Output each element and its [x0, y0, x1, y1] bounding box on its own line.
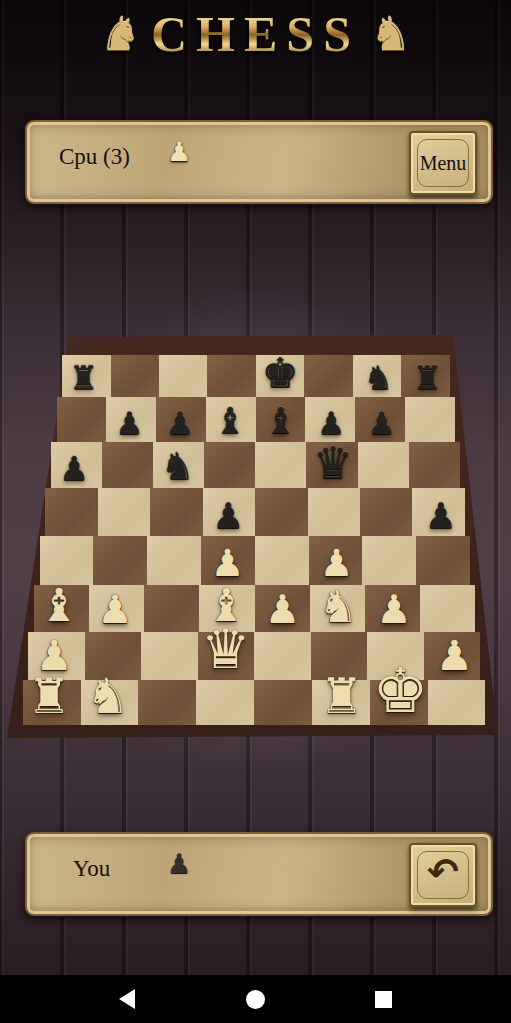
white-pawn-g3[interactable]: ♟ — [376, 590, 411, 630]
white-queen-d2[interactable]: ♛ — [201, 622, 250, 677]
white-pawn-h2[interactable]: ♟ — [436, 635, 473, 677]
black-rook-a8[interactable]: ♜ — [69, 362, 98, 395]
black-pawn-f7[interactable]: ♟ — [317, 408, 345, 439]
player-name: You — [73, 856, 110, 882]
black-pawn-b7[interactable]: ♟ — [115, 408, 143, 439]
undo-arrow-icon: ↶ — [427, 850, 459, 894]
nav-recents-icon[interactable] — [353, 975, 413, 1023]
black-pawn-a6[interactable]: ♟ — [59, 452, 89, 485]
white-knight-f3[interactable]: ♞ — [318, 585, 358, 629]
black-pawn-g7[interactable]: ♟ — [368, 408, 396, 439]
nav-back-icon[interactable] — [97, 975, 157, 1023]
captured-black-pawn-icon: ♟ — [167, 850, 191, 877]
undo-button[interactable]: ↶ — [409, 843, 477, 907]
nav-home-icon[interactable] — [225, 975, 285, 1023]
white-knight-b1[interactable]: ♞ — [86, 673, 130, 722]
player-tray: You ♟ ↶ — [25, 832, 493, 916]
black-pawn-c7[interactable]: ♟ — [166, 408, 194, 439]
white-pawn-f4[interactable]: ♟ — [320, 545, 354, 582]
home-circle-shape — [246, 990, 265, 1009]
black-queen-f6[interactable]: ♛ — [313, 441, 352, 485]
black-bishop-d7[interactable]: ♝ — [214, 403, 246, 439]
android-nav-bar — [0, 975, 511, 1023]
black-rook-h8[interactable]: ♜ — [413, 362, 442, 395]
app-screen: ♞ CHESS ♞ Cpu (3) ♟ Menu ♜♚♞♜♟♟♝♝♟♟♟♞♛♟♟… — [0, 0, 511, 1023]
recents-square-shape — [375, 991, 392, 1008]
black-knight-c6[interactable]: ♞ — [161, 448, 194, 485]
white-bishop-a3[interactable]: ♝ — [39, 583, 80, 629]
white-pawn-b3[interactable]: ♟ — [97, 590, 132, 630]
back-triangle-shape — [119, 989, 135, 1009]
white-rook-f1[interactable]: ♜ — [320, 673, 364, 722]
black-knight-g8[interactable]: ♞ — [364, 362, 393, 395]
black-bishop-e7[interactable]: ♝ — [265, 403, 297, 439]
white-pawn-d4[interactable]: ♟ — [211, 545, 245, 582]
white-king-g1[interactable]: ♚ — [372, 660, 428, 722]
black-pawn-d5[interactable]: ♟ — [213, 498, 245, 533]
white-pawn-e3[interactable]: ♟ — [265, 590, 300, 630]
black-pawn-h5[interactable]: ♟ — [425, 498, 457, 533]
black-king-e8[interactable]: ♚ — [262, 353, 299, 394]
white-rook-a1[interactable]: ♜ — [27, 673, 71, 722]
